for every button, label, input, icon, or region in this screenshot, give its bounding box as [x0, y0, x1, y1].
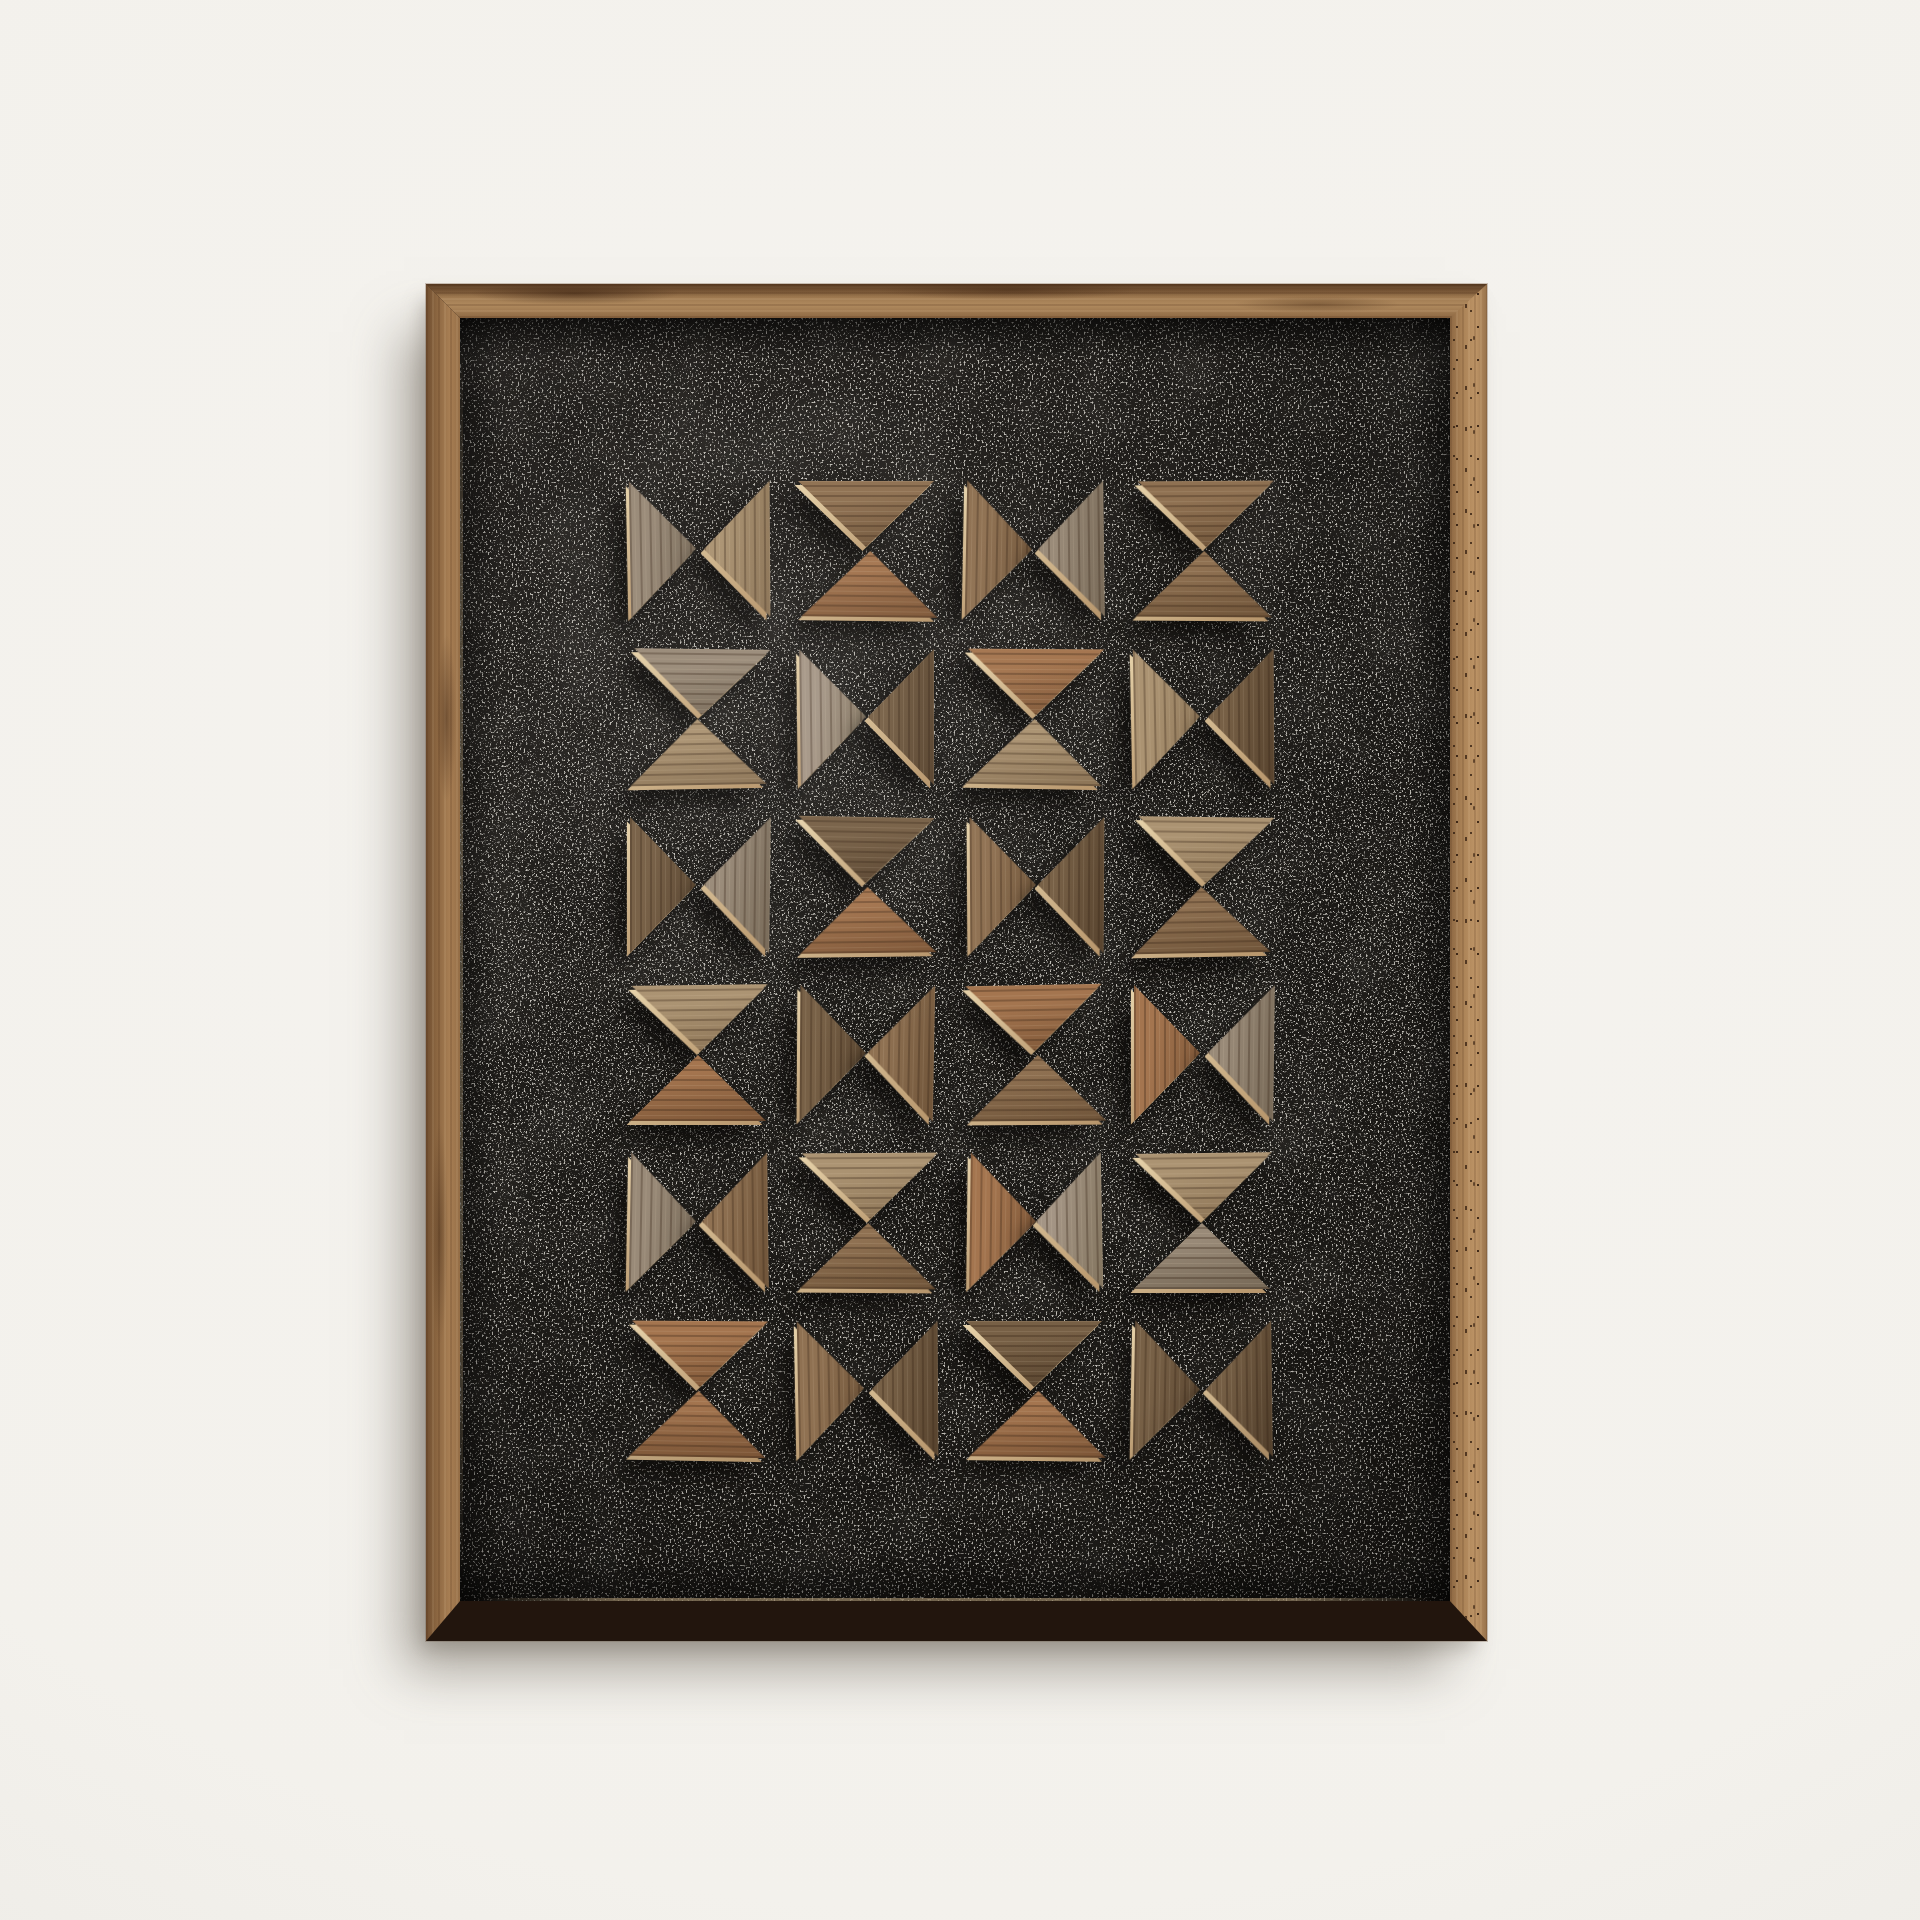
piece-wood-face — [970, 1390, 1107, 1458]
mosaic-cell-r3c3 — [968, 817, 1104, 953]
triangle-left — [872, 1321, 939, 1457]
triangle-left — [868, 649, 934, 785]
piece-wood-face — [798, 481, 934, 547]
triangle-up — [1136, 551, 1272, 618]
frame-bottom-rail — [426, 1601, 1487, 1641]
triangle-left — [867, 984, 935, 1121]
triangle-down — [1138, 481, 1274, 548]
piece-wood-face — [1133, 1320, 1201, 1457]
triangle-left — [704, 481, 771, 617]
triangle-left — [1208, 649, 1275, 785]
piece-wood-face — [868, 649, 934, 785]
triangle-up — [970, 1390, 1107, 1458]
triangle-up — [965, 718, 1102, 786]
piece-wood-face — [966, 1321, 1102, 1387]
triangle-up — [802, 550, 939, 618]
triangle-down — [802, 1153, 938, 1220]
triangle-down — [966, 1321, 1102, 1387]
piece-wood-face — [1035, 1152, 1103, 1289]
piece-wood-face — [965, 480, 1033, 617]
mosaic-cell-r2c3 — [968, 649, 1104, 785]
triangle-left — [1037, 481, 1105, 618]
triangle-up — [629, 718, 766, 786]
triangle-left — [1207, 985, 1275, 1122]
piece-wood-face — [630, 1055, 766, 1121]
mosaic-cell-r4c3 — [968, 985, 1104, 1121]
triangle-down — [1138, 816, 1275, 884]
frame-top-rail — [426, 284, 1487, 318]
piece-wood-face — [970, 1055, 1106, 1122]
piece-wood-face — [1038, 817, 1105, 953]
mosaic-cell-r5c2 — [800, 1153, 936, 1289]
triangle-right — [797, 1320, 865, 1457]
piece-wood-face — [799, 649, 867, 786]
triangle-up — [1133, 886, 1270, 954]
mosaic-cell-r4c4 — [1136, 985, 1272, 1121]
triangle-right — [629, 1152, 697, 1289]
mosaic-cell-r3c1 — [632, 817, 768, 953]
piece-wood-face — [629, 480, 697, 617]
piece-wood-face — [1136, 551, 1272, 618]
triangle-down — [634, 648, 771, 716]
piece-wood-face — [970, 817, 1037, 953]
piece-wood-face — [1205, 1321, 1273, 1458]
triangle-down — [632, 1321, 768, 1388]
triangle-up — [970, 1055, 1106, 1122]
triangle-up — [800, 886, 937, 954]
triangle-left — [701, 1153, 769, 1290]
piece-wood-face — [800, 1223, 936, 1290]
mosaic-cell-r6c2 — [800, 1321, 936, 1457]
triangle-down — [1136, 1152, 1273, 1220]
piece-wood-face — [965, 718, 1102, 786]
triangle-right — [969, 1153, 1037, 1290]
panel-background — [460, 318, 1450, 1601]
mosaic-cell-r5c1 — [632, 1153, 768, 1289]
piece-wood-face — [1208, 649, 1275, 785]
mosaic-cell-r6c4 — [1136, 1321, 1272, 1457]
piece-wood-face — [1207, 985, 1275, 1122]
piece-wood-face — [1136, 1152, 1273, 1220]
triangle-up — [630, 1055, 766, 1121]
piece-wood-face — [1134, 985, 1200, 1121]
mosaic-cell-r6c1 — [632, 1321, 768, 1457]
piece-wood-face — [797, 816, 934, 884]
piece-wood-face — [704, 481, 771, 617]
piece-wood-face — [629, 1390, 766, 1458]
triangle-right — [965, 480, 1033, 617]
triangle-left — [1205, 1321, 1273, 1458]
piece-wood-face — [802, 1153, 938, 1220]
piece-wood-face — [632, 984, 769, 1052]
piece-wood-face — [703, 817, 771, 954]
triangle-down — [798, 481, 934, 547]
mosaic-cell-r1c4 — [1136, 481, 1272, 617]
mosaic-cell-r1c3 — [968, 481, 1104, 617]
mosaic-cell-r3c2 — [800, 817, 936, 953]
mosaic-cell-r6c3 — [968, 1321, 1104, 1457]
piece-wood-face — [969, 1153, 1037, 1290]
piece-wood-face — [797, 1320, 865, 1457]
mosaic-cell-r3c4 — [1136, 817, 1272, 953]
mosaic-cell-r2c4 — [1136, 649, 1272, 785]
triangle-right — [629, 480, 697, 617]
triangle-right — [1133, 1320, 1201, 1457]
mosaic-cell-r2c1 — [632, 649, 768, 785]
triangle-right — [630, 817, 696, 953]
piece-wood-face — [800, 886, 937, 954]
artwork-frame — [426, 284, 1487, 1641]
wall-background — [0, 0, 1920, 1920]
triangle-left — [1038, 817, 1105, 953]
triangle-right — [1134, 985, 1200, 1121]
triangle-down — [965, 984, 1102, 1052]
piece-wood-face — [1037, 481, 1105, 618]
piece-wood-face — [632, 1321, 768, 1388]
triangle-left — [703, 817, 771, 954]
triangle-right — [1133, 648, 1201, 785]
piece-wood-face — [629, 1152, 697, 1289]
mosaic-cell-r1c1 — [632, 481, 768, 617]
mosaic-cell-r4c2 — [800, 985, 936, 1121]
piece-wood-face — [1134, 1223, 1270, 1289]
piece-wood-face — [965, 984, 1102, 1052]
triangle-down — [968, 649, 1104, 716]
piece-wood-face — [629, 718, 766, 786]
triangle-down — [797, 816, 934, 884]
mosaic-cell-r1c2 — [800, 481, 936, 617]
piece-wood-face — [634, 648, 771, 716]
piece-wood-face — [867, 984, 935, 1121]
piece-wood-face — [968, 649, 1104, 716]
piece-wood-face — [630, 817, 696, 953]
piece-wood-face — [1138, 481, 1274, 548]
piece-wood-face — [800, 985, 867, 1121]
piece-wood-face — [1138, 816, 1275, 884]
triangle-up — [800, 1223, 936, 1290]
triangle-right — [799, 649, 867, 786]
triangle-up — [629, 1390, 766, 1458]
piece-wood-face — [802, 550, 939, 618]
frame-right-rail — [1450, 284, 1487, 1641]
frame-left-rail — [426, 284, 460, 1641]
triangle-down — [632, 984, 769, 1052]
piece-wood-face — [1133, 886, 1270, 954]
piece-wood-face — [872, 1321, 939, 1457]
triangle-left — [1035, 1152, 1103, 1289]
mosaic-cell-r4c1 — [632, 985, 768, 1121]
mosaic-grid — [632, 481, 1272, 1457]
triangle-right — [800, 985, 867, 1121]
mosaic-cell-r5c4 — [1136, 1153, 1272, 1289]
piece-wood-face — [1133, 648, 1201, 785]
piece-wood-face — [701, 1153, 769, 1290]
triangle-up — [1134, 1223, 1270, 1289]
mosaic-cell-r2c2 — [800, 649, 936, 785]
mosaic-cell-r5c3 — [968, 1153, 1104, 1289]
triangle-right — [970, 817, 1037, 953]
